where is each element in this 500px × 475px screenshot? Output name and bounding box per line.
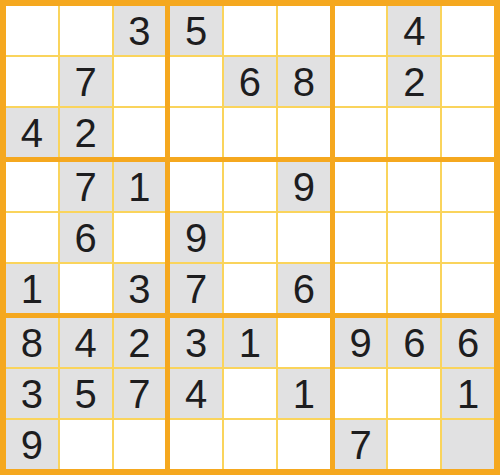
cell-r1c1[interactable]	[6, 6, 58, 55]
cell-r7c4[interactable]: 3	[170, 318, 222, 367]
cell-r8c6[interactable]: 1	[278, 369, 330, 418]
cell-r9c7[interactable]: 7	[335, 420, 387, 469]
cell-r2c5[interactable]: 6	[224, 57, 276, 106]
sudoku-box-3: 42	[335, 6, 494, 157]
cell-r8c8[interactable]	[388, 369, 440, 418]
cell-r4c6[interactable]: 9	[278, 162, 330, 211]
cell-r9c4[interactable]	[170, 420, 222, 469]
cell-r6c6[interactable]: 6	[278, 264, 330, 313]
cell-r5c8[interactable]	[388, 213, 440, 262]
cell-r4c5[interactable]	[224, 162, 276, 211]
cell-r7c2[interactable]: 4	[60, 318, 112, 367]
cell-r3c7[interactable]	[335, 108, 387, 157]
cell-r8c7[interactable]	[335, 369, 387, 418]
cell-r2c8[interactable]: 2	[388, 57, 440, 106]
cell-r4c2[interactable]: 7	[60, 162, 112, 211]
cell-r3c5[interactable]	[224, 108, 276, 157]
cell-r3c4[interactable]	[170, 108, 222, 157]
cell-r1c4[interactable]: 5	[170, 6, 222, 55]
cell-r1c9[interactable]	[442, 6, 494, 55]
cell-r9c5[interactable]	[224, 420, 276, 469]
cell-r8c5[interactable]	[224, 369, 276, 418]
cell-r5c5[interactable]	[224, 213, 276, 262]
cell-r6c1[interactable]: 1	[6, 264, 58, 313]
cell-r8c2[interactable]: 5	[60, 369, 112, 418]
cell-r3c6[interactable]	[278, 108, 330, 157]
cell-r2c6[interactable]: 8	[278, 57, 330, 106]
cell-r1c3[interactable]: 3	[114, 6, 166, 55]
cell-r8c9[interactable]: 1	[442, 369, 494, 418]
cell-r2c2[interactable]: 7	[60, 57, 112, 106]
cell-r2c1[interactable]	[6, 57, 58, 106]
cell-r9c8[interactable]	[388, 420, 440, 469]
cell-r7c7[interactable]: 9	[335, 318, 387, 367]
cell-r1c5[interactable]	[224, 6, 276, 55]
cell-r6c4[interactable]: 7	[170, 264, 222, 313]
sudoku-box-4: 71613	[6, 162, 165, 313]
cell-r2c7[interactable]	[335, 57, 387, 106]
cell-r3c3[interactable]	[114, 108, 166, 157]
cell-r9c1[interactable]: 9	[6, 420, 58, 469]
cell-r1c8[interactable]: 4	[388, 6, 440, 55]
cell-r4c4[interactable]	[170, 162, 222, 211]
cell-r3c2[interactable]: 2	[60, 108, 112, 157]
cell-r4c9[interactable]	[442, 162, 494, 211]
cell-r4c7[interactable]	[335, 162, 387, 211]
cell-r7c3[interactable]: 2	[114, 318, 166, 367]
cell-r5c6[interactable]	[278, 213, 330, 262]
cell-r3c8[interactable]	[388, 108, 440, 157]
cell-r7c9[interactable]: 6	[442, 318, 494, 367]
cell-r7c6[interactable]	[278, 318, 330, 367]
cell-r5c9[interactable]	[442, 213, 494, 262]
cell-r2c3[interactable]	[114, 57, 166, 106]
cell-r9c2[interactable]	[60, 420, 112, 469]
cell-r5c3[interactable]	[114, 213, 166, 262]
cell-r9c3[interactable]	[114, 420, 166, 469]
cell-r7c8[interactable]: 6	[388, 318, 440, 367]
cell-r6c3[interactable]: 3	[114, 264, 166, 313]
cell-r8c4[interactable]: 4	[170, 369, 222, 418]
sudoku-box-5: 9976	[170, 162, 329, 313]
cell-r2c4[interactable]	[170, 57, 222, 106]
sudoku-box-1: 3742	[6, 6, 165, 157]
cell-r2c9[interactable]	[442, 57, 494, 106]
cell-r4c1[interactable]	[6, 162, 58, 211]
sudoku-box-8: 3141	[170, 318, 329, 469]
cell-r9c9[interactable]	[442, 420, 494, 469]
cell-r6c9[interactable]	[442, 264, 494, 313]
cell-r8c1[interactable]: 3	[6, 369, 58, 418]
cell-r6c2[interactable]	[60, 264, 112, 313]
cell-r6c7[interactable]	[335, 264, 387, 313]
sudoku-box-2: 568	[170, 6, 329, 157]
cell-r5c7[interactable]	[335, 213, 387, 262]
sudoku-box-9: 96617	[335, 318, 494, 469]
cell-r7c5[interactable]: 1	[224, 318, 276, 367]
cell-r3c9[interactable]	[442, 108, 494, 157]
cell-r6c5[interactable]	[224, 264, 276, 313]
cell-r1c7[interactable]	[335, 6, 387, 55]
cell-r9c6[interactable]	[278, 420, 330, 469]
cell-r1c2[interactable]	[60, 6, 112, 55]
cell-r5c1[interactable]	[6, 213, 58, 262]
cell-r7c1[interactable]: 8	[6, 318, 58, 367]
cell-r5c4[interactable]: 9	[170, 213, 222, 262]
cell-r4c8[interactable]	[388, 162, 440, 211]
cell-r8c3[interactable]: 7	[114, 369, 166, 418]
cell-r3c1[interactable]: 4	[6, 108, 58, 157]
sudoku-box-7: 8423579	[6, 318, 165, 469]
cell-r6c8[interactable]	[388, 264, 440, 313]
cell-r5c2[interactable]: 6	[60, 213, 112, 262]
cell-r1c6[interactable]	[278, 6, 330, 55]
sudoku-box-6	[335, 162, 494, 313]
cell-r4c3[interactable]: 1	[114, 162, 166, 211]
sudoku-board: 3742568427161399768423579314196617	[0, 0, 500, 475]
